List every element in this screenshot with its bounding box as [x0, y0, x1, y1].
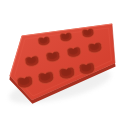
mold-tray-illustration — [0, 0, 120, 120]
product-photo — [0, 0, 120, 120]
